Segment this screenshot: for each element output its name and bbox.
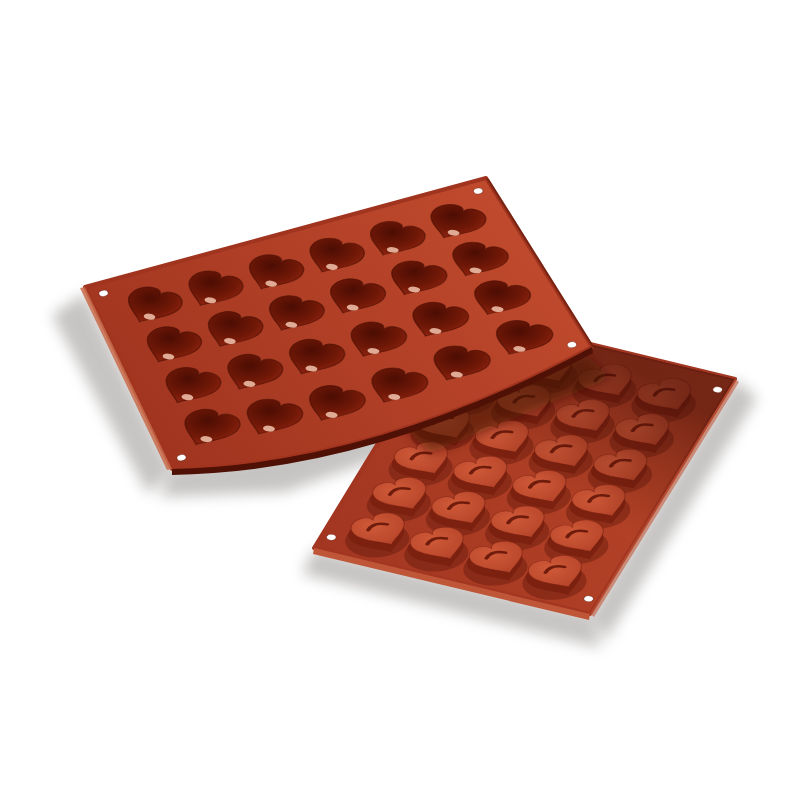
molds-scene	[0, 0, 800, 800]
product-photo	[0, 0, 800, 800]
